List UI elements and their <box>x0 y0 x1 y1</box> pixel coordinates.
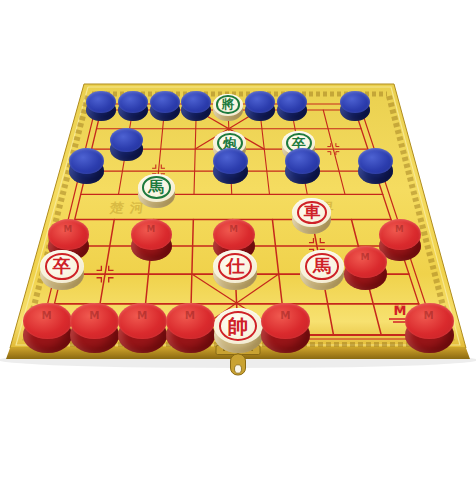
piece-red-facedown[interactable]: M <box>23 303 72 353</box>
piece-character: 仕 <box>226 258 244 275</box>
piece-stamp-logo: M <box>70 309 119 321</box>
piece-black-facedown[interactable] <box>69 148 104 184</box>
piece-top: M <box>23 303 72 339</box>
piece-red-chariot[interactable]: 車 <box>292 198 331 234</box>
piece-stamp-logo: M <box>405 309 454 321</box>
piece-top: M <box>213 219 255 250</box>
piece-ring: 仕 <box>218 253 252 280</box>
piece-top: 帥 <box>214 308 263 344</box>
piece-black-facedown[interactable] <box>213 148 248 184</box>
piece-black-facedown[interactable] <box>150 91 180 122</box>
piece-ring: 將 <box>216 95 239 113</box>
piece-top: 馬 <box>138 174 175 202</box>
piece-red-facedown[interactable]: M <box>405 303 454 353</box>
piece-top <box>118 91 148 113</box>
piece-black-facedown[interactable] <box>181 91 211 122</box>
xiangqi-board-photo: 楚河 漢界 M 將炮卒馬車MMMM卒仕馬MMMMM帥MM <box>0 0 476 480</box>
piece-red-soldier[interactable]: 卒 <box>40 250 84 290</box>
piece-top: 仕 <box>213 250 257 283</box>
piece-ring: 馬 <box>305 253 339 280</box>
piece-character: 卒 <box>52 258 70 275</box>
piece-ring: 卒 <box>45 253 79 280</box>
piece-top <box>86 91 116 113</box>
piece-stamp-logo: M <box>23 309 72 321</box>
piece-red-horse[interactable]: 馬 <box>300 250 344 290</box>
piece-top <box>277 91 307 113</box>
piece-black-facedown[interactable] <box>86 91 116 122</box>
piece-black-horse[interactable]: 馬 <box>138 174 175 208</box>
piece-black-facedown[interactable] <box>118 91 148 122</box>
piece-top <box>69 148 104 174</box>
piece-top <box>340 91 370 113</box>
piece-stamp-logo: M <box>166 309 215 321</box>
piece-character: 將 <box>222 99 235 111</box>
pieces-layer: 將炮卒馬車MMMM卒仕馬MMMMM帥MM <box>0 0 476 480</box>
piece-top: 卒 <box>40 250 84 283</box>
piece-top: M <box>405 303 454 339</box>
piece-top <box>245 91 275 113</box>
piece-ring: 帥 <box>219 311 257 341</box>
piece-stamp-logo: M <box>118 309 167 321</box>
piece-ring: 車 <box>297 201 328 225</box>
piece-red-facedown[interactable]: M <box>70 303 119 353</box>
piece-top <box>110 128 143 153</box>
piece-character: 馬 <box>313 258 331 275</box>
piece-stamp-logo: M <box>344 251 388 262</box>
piece-black-facedown[interactable] <box>285 148 320 184</box>
piece-stamp-logo: M <box>131 224 173 234</box>
piece-red-facedown[interactable]: M <box>118 303 167 353</box>
piece-top <box>150 91 180 113</box>
piece-black-facedown[interactable] <box>358 148 393 184</box>
piece-top: 將 <box>213 94 243 116</box>
piece-black-facedown[interactable] <box>245 91 275 122</box>
piece-character: 帥 <box>228 316 249 336</box>
piece-top: M <box>131 219 173 250</box>
piece-top <box>358 148 393 174</box>
piece-stamp-logo: M <box>379 224 421 234</box>
piece-stamp-logo: M <box>261 309 310 321</box>
piece-red-facedown[interactable]: M <box>131 219 173 261</box>
piece-red-facedown[interactable]: M <box>344 246 388 291</box>
piece-ring: 馬 <box>142 176 171 199</box>
piece-black-facedown[interactable] <box>340 91 370 122</box>
piece-red-advisor[interactable]: 仕 <box>213 250 257 290</box>
piece-top <box>181 91 211 113</box>
piece-top: M <box>48 219 90 250</box>
piece-stamp-logo: M <box>213 224 255 234</box>
piece-top: 車 <box>292 198 331 227</box>
piece-black-general[interactable]: 將 <box>213 94 243 122</box>
piece-stamp-logo: M <box>48 224 90 234</box>
piece-character: 車 <box>304 205 321 221</box>
piece-red-general[interactable]: 帥 <box>214 308 263 353</box>
piece-character: 馬 <box>148 180 164 195</box>
piece-top: M <box>166 303 215 339</box>
piece-black-facedown[interactable] <box>277 91 307 122</box>
piece-red-facedown[interactable]: M <box>261 303 310 353</box>
piece-top: 馬 <box>300 250 344 283</box>
piece-black-facedown[interactable] <box>110 128 143 162</box>
piece-red-facedown[interactable]: M <box>166 303 215 353</box>
